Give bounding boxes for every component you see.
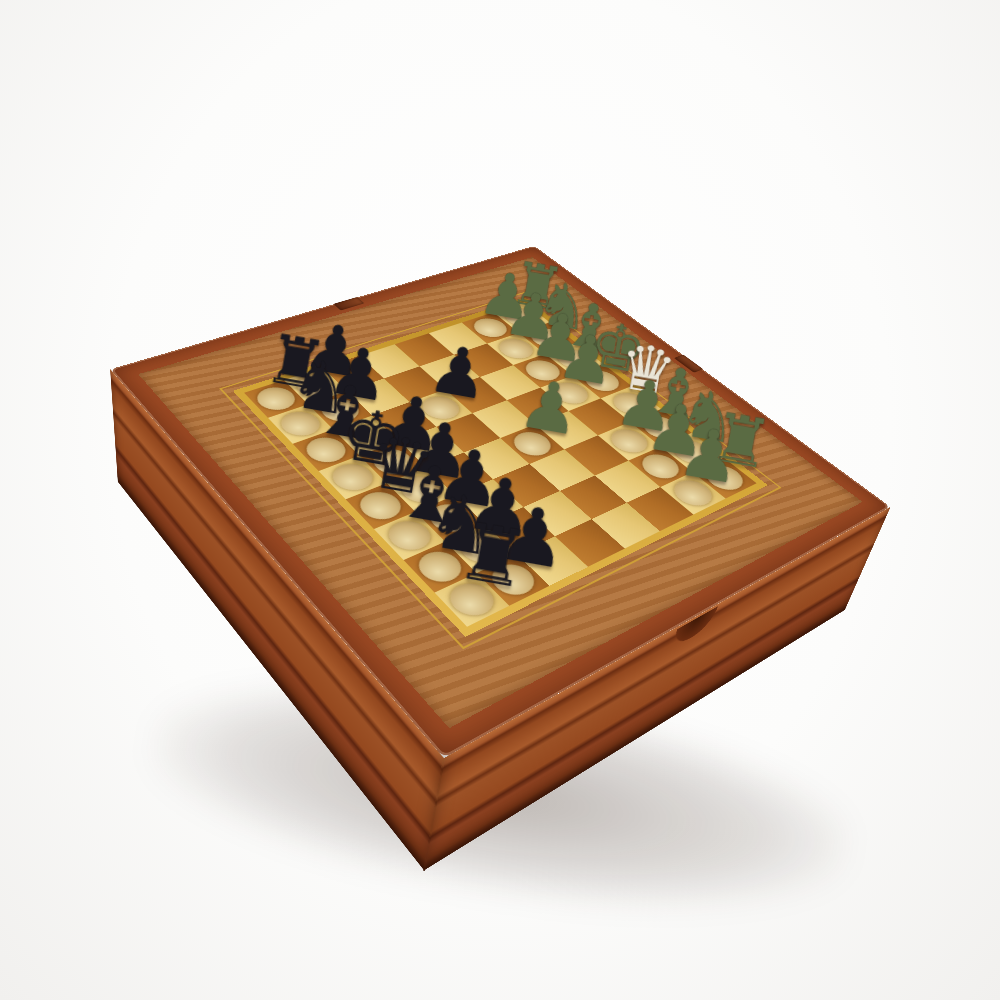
product-photo-scene: ♜♞♝♛♚♝♞♜♟♟♟♟♟♟♟♟♟♟♟♟♟♟♟♟♜♞♝♛♚♝♞♜ (0, 0, 1000, 1000)
drawer-finger-notch[interactable] (671, 606, 718, 649)
chess-box-lid: ♜♞♝♛♚♝♞♜♟♟♟♟♟♟♟♟♟♟♟♟♟♟♟♟♜♞♝♛♚♝♞♜ (110, 246, 890, 758)
gold-border-band: ♜♞♝♛♚♝♞♜♟♟♟♟♟♟♟♟♟♟♟♟♟♟♟♟♜♞♝♛♚♝♞♜ (233, 297, 768, 636)
chess-board-grid: ♜♞♝♛♚♝♞♜♟♟♟♟♟♟♟♟♟♟♟♟♟♟♟♟♜♞♝♛♚♝♞♜ (244, 302, 757, 626)
camera-lean-wrapper: ♜♞♝♛♚♝♞♜♟♟♟♟♟♟♟♟♟♟♟♟♟♟♟♟♜♞♝♛♚♝♞♜ (0, 0, 1000, 1000)
white-pawn-glyph: ♟ (505, 367, 595, 449)
